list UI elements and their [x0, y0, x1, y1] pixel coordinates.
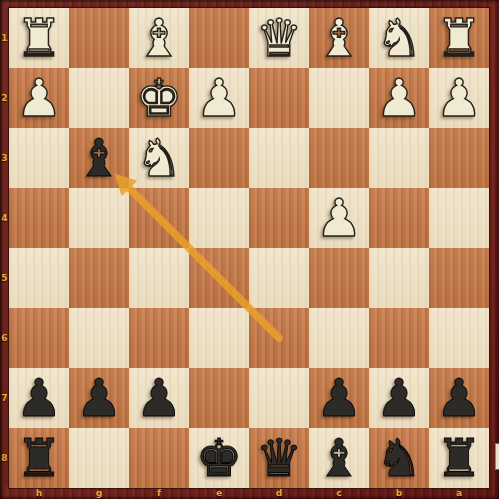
square-a4[interactable]	[429, 188, 489, 248]
square-b6[interactable]	[369, 308, 429, 368]
square-f2[interactable]: ♚	[129, 68, 189, 128]
rank-label-8: 8	[0, 428, 9, 488]
square-c2[interactable]	[309, 68, 369, 128]
square-h1[interactable]: ♜	[9, 8, 69, 68]
piece-white-bishop-f1[interactable]: ♝	[136, 12, 183, 64]
square-b5[interactable]	[369, 248, 429, 308]
piece-black-bishop-g3[interactable]: ♝	[76, 132, 123, 184]
rank-label-6: 6	[0, 308, 9, 368]
piece-white-pawn-e2[interactable]: ♟	[196, 72, 243, 124]
piece-black-knight-b8[interactable]: ♞	[376, 432, 423, 484]
square-g8[interactable]	[69, 428, 129, 488]
square-f6[interactable]	[129, 308, 189, 368]
file-label-c: c	[309, 487, 369, 499]
square-c3[interactable]	[309, 128, 369, 188]
square-h3[interactable]	[9, 128, 69, 188]
square-e6[interactable]	[189, 308, 249, 368]
piece-white-king-f2[interactable]: ♚	[136, 72, 183, 124]
file-label-a: a	[429, 487, 489, 499]
square-b7[interactable]: ♟	[369, 368, 429, 428]
square-c5[interactable]	[309, 248, 369, 308]
square-g2[interactable]	[69, 68, 129, 128]
rank-label-5: 5	[0, 248, 9, 308]
square-g3[interactable]: ♝	[69, 128, 129, 188]
square-f5[interactable]	[129, 248, 189, 308]
square-a5[interactable]	[429, 248, 489, 308]
file-label-h: h	[9, 487, 69, 499]
square-g4[interactable]	[69, 188, 129, 248]
square-c6[interactable]	[309, 308, 369, 368]
piece-white-queen-d1[interactable]: ♛	[256, 12, 303, 64]
square-d8[interactable]: ♛	[249, 428, 309, 488]
square-c1[interactable]: ♝	[309, 8, 369, 68]
piece-black-pawn-f7[interactable]: ♟	[136, 372, 183, 424]
piece-white-pawn-h2[interactable]: ♟	[16, 72, 63, 124]
file-label-f: f	[129, 487, 189, 499]
square-g5[interactable]	[69, 248, 129, 308]
square-e8[interactable]: ♚	[189, 428, 249, 488]
square-d4[interactable]	[249, 188, 309, 248]
square-a6[interactable]	[429, 308, 489, 368]
file-label-d: d	[249, 487, 309, 499]
square-g1[interactable]	[69, 8, 129, 68]
square-e5[interactable]	[189, 248, 249, 308]
file-label-e: e	[189, 487, 249, 499]
square-b8[interactable]: ♞	[369, 428, 429, 488]
square-c4[interactable]: ♟	[309, 188, 369, 248]
square-d3[interactable]	[249, 128, 309, 188]
square-e2[interactable]: ♟	[189, 68, 249, 128]
square-e7[interactable]	[189, 368, 249, 428]
square-d5[interactable]	[249, 248, 309, 308]
rank-label-7: 7	[0, 368, 9, 428]
rank-label-2: 2	[0, 68, 9, 128]
square-a3[interactable]	[429, 128, 489, 188]
piece-white-pawn-c4[interactable]: ♟	[316, 192, 363, 244]
piece-white-knight-f3[interactable]: ♞	[136, 132, 183, 184]
piece-black-pawn-g7[interactable]: ♟	[76, 372, 123, 424]
square-g7[interactable]: ♟	[69, 368, 129, 428]
piece-black-queen-d8[interactable]: ♛	[256, 432, 303, 484]
square-d1[interactable]: ♛	[249, 8, 309, 68]
square-e3[interactable]	[189, 128, 249, 188]
square-f7[interactable]: ♟	[129, 368, 189, 428]
rank-label-4: 4	[0, 188, 9, 248]
square-a2[interactable]: ♟	[429, 68, 489, 128]
square-a8[interactable]: ♜	[429, 428, 489, 488]
square-d7[interactable]	[249, 368, 309, 428]
square-h7[interactable]: ♟	[9, 368, 69, 428]
square-h5[interactable]	[9, 248, 69, 308]
file-label-b: b	[369, 487, 429, 499]
piece-black-bishop-c8[interactable]: ♝	[316, 432, 363, 484]
piece-black-pawn-h7[interactable]: ♟	[16, 372, 63, 424]
square-b1[interactable]: ♞	[369, 8, 429, 68]
square-b2[interactable]: ♟	[369, 68, 429, 128]
square-d6[interactable]	[249, 308, 309, 368]
square-c7[interactable]: ♟	[309, 368, 369, 428]
square-d2[interactable]	[249, 68, 309, 128]
piece-white-knight-b1[interactable]: ♞	[376, 12, 423, 64]
square-c8[interactable]: ♝	[309, 428, 369, 488]
square-h4[interactable]	[9, 188, 69, 248]
square-f4[interactable]	[129, 188, 189, 248]
piece-black-pawn-c7[interactable]: ♟	[316, 372, 363, 424]
square-h6[interactable]	[9, 308, 69, 368]
rank-label-1: 1	[0, 8, 9, 68]
file-label-g: g	[69, 487, 129, 499]
square-e1[interactable]	[189, 8, 249, 68]
piece-black-rook-h8[interactable]: ♜	[16, 432, 63, 484]
piece-black-king-e8[interactable]: ♚	[196, 432, 243, 484]
square-h8[interactable]: ♜	[9, 428, 69, 488]
piece-white-rook-h1[interactable]: ♜	[16, 12, 63, 64]
piece-white-pawn-b2[interactable]: ♟	[376, 72, 423, 124]
piece-white-pawn-a2[interactable]: ♟	[436, 72, 483, 124]
chess-board: ♜♝♛♝♞♜♟♚♟♟♟♝♞♟♟♟♟♟♟♟♜♚♛♝♞♜	[9, 8, 489, 488]
right-edge-ui-fragment	[495, 443, 499, 470]
square-g6[interactable]	[69, 308, 129, 368]
chess-board-frame: ♜♝♛♝♞♜♟♚♟♟♟♝♞♟♟♟♟♟♟♟♜♚♛♝♞♜ 12345678 hgfe…	[0, 0, 499, 499]
square-a1[interactable]: ♜	[429, 8, 489, 68]
rank-label-3: 3	[0, 128, 9, 188]
square-e4[interactable]	[189, 188, 249, 248]
square-h2[interactable]: ♟	[9, 68, 69, 128]
square-a7[interactable]: ♟	[429, 368, 489, 428]
square-f3[interactable]: ♞	[129, 128, 189, 188]
piece-black-pawn-b7[interactable]: ♟	[376, 372, 423, 424]
square-b3[interactable]	[369, 128, 429, 188]
piece-black-pawn-a7[interactable]: ♟	[436, 372, 483, 424]
square-b4[interactable]	[369, 188, 429, 248]
piece-white-rook-a1[interactable]: ♜	[436, 12, 483, 64]
square-f1[interactable]: ♝	[129, 8, 189, 68]
square-f8[interactable]	[129, 428, 189, 488]
piece-white-bishop-c1[interactable]: ♝	[316, 12, 363, 64]
piece-black-rook-a8[interactable]: ♜	[436, 432, 483, 484]
